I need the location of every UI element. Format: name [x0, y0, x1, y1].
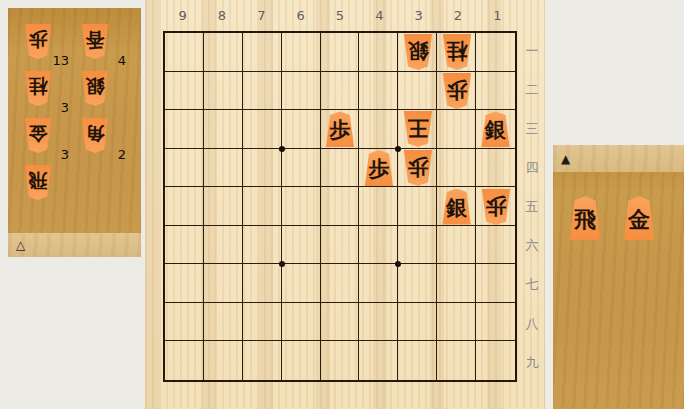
- board-square-1-1[interactable]: [476, 33, 515, 72]
- gote-marker-icon: △: [16, 239, 25, 251]
- board-square-8-7[interactable]: [204, 264, 243, 303]
- rank-label-9: 九: [523, 343, 541, 382]
- hoshi-dot: [279, 146, 285, 152]
- board-square-9-4[interactable]: [165, 149, 204, 188]
- board-square-6-6[interactable]: [282, 226, 321, 265]
- gote-hand-count-pawn: 13: [52, 53, 69, 68]
- gote-hand-stand: 歩13香4桂3銀金3角2飛 △: [8, 8, 141, 257]
- rank-label-1: 一: [523, 31, 541, 70]
- rank-label-4: 四: [523, 148, 541, 187]
- board-square-8-2[interactable]: [204, 72, 243, 111]
- board-square-6-8[interactable]: [282, 303, 321, 342]
- gote-stand-strip: △: [8, 233, 141, 257]
- gote-hand-knight[interactable]: 桂3: [22, 71, 79, 111]
- board-square-5-2[interactable]: [321, 72, 360, 111]
- rank-label-6: 六: [523, 226, 541, 265]
- board-square-9-7[interactable]: [165, 264, 204, 303]
- sente-stand-strip: ▲: [553, 145, 684, 172]
- board-square-1-4[interactable]: [476, 149, 515, 188]
- gote-hand-silver[interactable]: 銀: [79, 71, 136, 111]
- gote-hand-pieces: 歩13香4桂3銀金3角2飛: [22, 24, 136, 212]
- file-label-6: 6: [281, 8, 320, 28]
- hoshi-dot: [395, 261, 401, 267]
- file-label-3: 3: [399, 8, 438, 28]
- board-square-7-7[interactable]: [243, 264, 282, 303]
- sente-hand-piece-rook[interactable]: 飛: [569, 196, 601, 240]
- board-square-3-9[interactable]: [398, 341, 437, 380]
- rank-labels: 一二三四五六七八九: [523, 31, 541, 382]
- board-square-4-9[interactable]: [359, 341, 398, 380]
- board-square-8-5[interactable]: [204, 187, 243, 226]
- board-square-7-5[interactable]: [243, 187, 282, 226]
- gote-hand-piece-knight[interactable]: 桂: [24, 71, 52, 106]
- sente-hand-gold[interactable]: 金: [623, 196, 655, 242]
- board-square-5-7[interactable]: [321, 264, 360, 303]
- board-square-8-1[interactable]: [204, 33, 243, 72]
- rank-label-8: 八: [523, 304, 541, 343]
- file-labels: 987654321: [163, 8, 517, 28]
- rank-label-5: 五: [523, 187, 541, 226]
- board-square-5-4[interactable]: [321, 149, 360, 188]
- board-square-1-9[interactable]: [476, 341, 515, 380]
- board-square-9-5[interactable]: [165, 187, 204, 226]
- board-square-8-6[interactable]: [204, 226, 243, 265]
- board-square-5-9[interactable]: [321, 341, 360, 380]
- file-label-1: 1: [478, 8, 517, 28]
- file-label-7: 7: [242, 8, 281, 28]
- gote-hand-piece-gold[interactable]: 金: [24, 118, 52, 153]
- board-square-6-3[interactable]: [282, 110, 321, 149]
- gote-hand-piece-pawn[interactable]: 歩: [24, 24, 52, 59]
- board-square-7-3[interactable]: [243, 110, 282, 149]
- gote-hand-gold[interactable]: 金3: [22, 118, 79, 158]
- sente-hand-rook[interactable]: 飛: [569, 196, 601, 242]
- board-square-1-8[interactable]: [476, 303, 515, 342]
- file-label-2: 2: [438, 8, 477, 28]
- gote-hand-piece-lance[interactable]: 香: [81, 24, 109, 59]
- board-square-9-9[interactable]: [165, 341, 204, 380]
- board-square-1-7[interactable]: [476, 264, 515, 303]
- hoshi-dot: [395, 146, 401, 152]
- board-square-6-2[interactable]: [282, 72, 321, 111]
- board-square-5-6[interactable]: [321, 226, 360, 265]
- board-square-8-3[interactable]: [204, 110, 243, 149]
- board-square-2-9[interactable]: [437, 341, 476, 380]
- file-label-8: 8: [202, 8, 241, 28]
- gote-hand-count-lance: 4: [118, 53, 126, 68]
- gote-hand-piece-bishop[interactable]: 角: [81, 118, 109, 153]
- board-square-9-1[interactable]: [165, 33, 204, 72]
- board-grid: 銀桂歩歩王銀歩歩銀歩: [163, 31, 517, 382]
- board-square-5-1[interactable]: [321, 33, 360, 72]
- board-square-6-5[interactable]: [282, 187, 321, 226]
- sente-marker-icon: ▲: [561, 153, 570, 165]
- board-square-8-4[interactable]: [204, 149, 243, 188]
- board-square-2-8[interactable]: [437, 303, 476, 342]
- board-square-4-2[interactable]: [359, 72, 398, 111]
- board-square-5-8[interactable]: [321, 303, 360, 342]
- rank-label-3: 三: [523, 109, 541, 148]
- board-square-6-4[interactable]: [282, 149, 321, 188]
- gote-hand-pawn[interactable]: 歩13: [22, 24, 79, 64]
- file-label-5: 5: [320, 8, 359, 28]
- board-square-4-5[interactable]: [359, 187, 398, 226]
- rank-label-7: 七: [523, 265, 541, 304]
- board-square-5-5[interactable]: [321, 187, 360, 226]
- board-square-1-6[interactable]: [476, 226, 515, 265]
- shogi-board: 987654321 一二三四五六七八九 銀桂歩歩王銀歩歩銀歩: [145, 0, 545, 409]
- board-square-1-2[interactable]: [476, 72, 515, 111]
- board-square-2-6[interactable]: [437, 226, 476, 265]
- board-square-7-1[interactable]: [243, 33, 282, 72]
- gote-hand-count-knight: 3: [61, 100, 69, 115]
- gote-hand-rook[interactable]: 飛: [22, 165, 79, 205]
- board-square-7-9[interactable]: [243, 341, 282, 380]
- file-label-4: 4: [360, 8, 399, 28]
- board-square-3-6[interactable]: [398, 226, 437, 265]
- gote-hand-lance[interactable]: 香4: [79, 24, 136, 64]
- rank-label-2: 二: [523, 70, 541, 109]
- board-square-7-8[interactable]: [243, 303, 282, 342]
- shogi-app: 歩13香4桂3銀金3角2飛 △ 987654321 一二三四五六七八九 銀桂歩歩…: [0, 0, 684, 409]
- board-square-6-7[interactable]: [282, 264, 321, 303]
- board-square-4-1[interactable]: [359, 33, 398, 72]
- gote-hand-bishop[interactable]: 角2: [79, 118, 136, 158]
- file-label-9: 9: [163, 8, 202, 28]
- board-square-6-9[interactable]: [282, 341, 321, 380]
- sente-hand-piece-gold[interactable]: 金: [623, 196, 655, 240]
- sente-hand-stand: ▲ 飛金: [553, 145, 684, 409]
- board-square-2-7[interactable]: [437, 264, 476, 303]
- board-square-7-2[interactable]: [243, 72, 282, 111]
- board-square-9-3[interactable]: [165, 110, 204, 149]
- board-square-4-6[interactable]: [359, 226, 398, 265]
- board-square-9-8[interactable]: [165, 303, 204, 342]
- board-square-4-3[interactable]: [359, 110, 398, 149]
- board-square-4-8[interactable]: [359, 303, 398, 342]
- sente-hand-pieces: 飛金: [569, 196, 655, 242]
- board-square-4-7[interactable]: [359, 264, 398, 303]
- gote-hand-piece-rook[interactable]: 飛: [24, 165, 52, 200]
- board-square-8-8[interactable]: [204, 303, 243, 342]
- board-square-2-3[interactable]: [437, 110, 476, 149]
- board-square-8-9[interactable]: [204, 341, 243, 380]
- board-square-3-2[interactable]: [398, 72, 437, 111]
- board-square-3-7[interactable]: [398, 264, 437, 303]
- board-square-2-4[interactable]: [437, 149, 476, 188]
- board-square-3-8[interactable]: [398, 303, 437, 342]
- hoshi-dot: [279, 261, 285, 267]
- board-square-6-1[interactable]: [282, 33, 321, 72]
- gote-hand-piece-silver[interactable]: 銀: [81, 71, 109, 106]
- board-square-3-5[interactable]: [398, 187, 437, 226]
- gote-hand-count-gold: 3: [61, 147, 69, 162]
- board-square-7-4[interactable]: [243, 149, 282, 188]
- gote-hand-count-bishop: 2: [118, 147, 126, 162]
- board-square-9-2[interactable]: [165, 72, 204, 111]
- board-square-9-6[interactable]: [165, 226, 204, 265]
- board-square-7-6[interactable]: [243, 226, 282, 265]
